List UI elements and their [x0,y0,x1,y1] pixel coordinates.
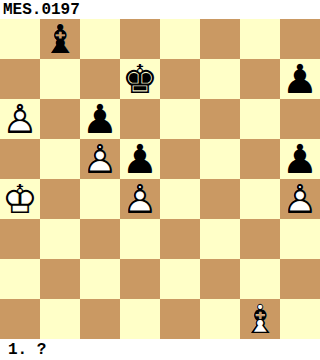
square-e1[interactable] [160,299,200,339]
square-h1[interactable] [280,299,320,339]
piece-outline-layer: ♗ [240,299,280,339]
square-a1[interactable] [0,299,40,339]
chess-board: ♗♝♔♚♙♟♟♙♙♟♟♙♙♟♙♟♚♔♟♙♟♙♝♗ [0,19,320,339]
square-g2[interactable] [240,259,280,299]
square-c8[interactable] [80,19,120,59]
square-b5[interactable] [40,139,80,179]
square-d7[interactable]: ♔♚ [120,59,160,99]
square-c4[interactable] [80,179,120,219]
square-a7[interactable] [0,59,40,99]
piece-outline-layer: ♚ [120,59,160,99]
move-prompt: 1. ? [0,339,320,360]
black-pawn-h5[interactable]: ♙♟ [280,139,320,179]
piece-outline-layer: ♙ [80,139,120,179]
square-d6[interactable] [120,99,160,139]
square-e3[interactable] [160,219,200,259]
white-king-a4[interactable]: ♚♔ [0,179,40,219]
square-d4[interactable]: ♟♙ [120,179,160,219]
square-h4[interactable]: ♟♙ [280,179,320,219]
square-d5[interactable]: ♙♟ [120,139,160,179]
square-e5[interactable] [160,139,200,179]
square-a4[interactable]: ♚♔ [0,179,40,219]
square-d8[interactable] [120,19,160,59]
piece-outline-layer: ♟ [120,139,160,179]
square-g3[interactable] [240,219,280,259]
square-g7[interactable] [240,59,280,99]
square-e8[interactable] [160,19,200,59]
square-a8[interactable] [0,19,40,59]
square-f2[interactable] [200,259,240,299]
square-g4[interactable] [240,179,280,219]
square-d2[interactable] [120,259,160,299]
square-b4[interactable] [40,179,80,219]
black-bishop-b8[interactable]: ♗♝ [40,19,80,59]
square-f1[interactable] [200,299,240,339]
square-h8[interactable] [280,19,320,59]
square-a3[interactable] [0,219,40,259]
square-h6[interactable] [280,99,320,139]
square-b7[interactable] [40,59,80,99]
white-bishop-g1[interactable]: ♝♗ [240,299,280,339]
piece-outline-layer: ♟ [80,99,120,139]
square-e4[interactable] [160,179,200,219]
piece-outline-layer: ♔ [0,179,40,219]
square-h7[interactable]: ♙♟ [280,59,320,99]
square-f6[interactable] [200,99,240,139]
square-b6[interactable] [40,99,80,139]
square-g1[interactable]: ♝♗ [240,299,280,339]
square-f4[interactable] [200,179,240,219]
white-pawn-h4[interactable]: ♟♙ [280,179,320,219]
square-g8[interactable] [240,19,280,59]
square-b8[interactable]: ♗♝ [40,19,80,59]
square-c2[interactable] [80,259,120,299]
white-pawn-d4[interactable]: ♟♙ [120,179,160,219]
square-b1[interactable] [40,299,80,339]
black-king-d7[interactable]: ♔♚ [120,59,160,99]
square-e6[interactable] [160,99,200,139]
square-g5[interactable] [240,139,280,179]
white-pawn-a6[interactable]: ♟♙ [0,99,40,139]
chess-diagram-page: MES.0197 ♗♝♔♚♙♟♟♙♙♟♟♙♙♟♙♟♚♔♟♙♟♙♝♗ 1. ? [0,0,320,360]
square-a2[interactable] [0,259,40,299]
square-d1[interactable] [120,299,160,339]
square-f7[interactable] [200,59,240,99]
white-pawn-c5[interactable]: ♟♙ [80,139,120,179]
black-pawn-h7[interactable]: ♙♟ [280,59,320,99]
square-h5[interactable]: ♙♟ [280,139,320,179]
piece-outline-layer: ♝ [40,19,80,59]
square-g6[interactable] [240,99,280,139]
square-c6[interactable]: ♙♟ [80,99,120,139]
square-f3[interactable] [200,219,240,259]
square-h3[interactable] [280,219,320,259]
square-c3[interactable] [80,219,120,259]
square-f8[interactable] [200,19,240,59]
square-b2[interactable] [40,259,80,299]
square-c7[interactable] [80,59,120,99]
square-b3[interactable] [40,219,80,259]
square-c1[interactable] [80,299,120,339]
piece-outline-layer: ♙ [280,179,320,219]
square-e2[interactable] [160,259,200,299]
square-f5[interactable] [200,139,240,179]
black-pawn-c6[interactable]: ♙♟ [80,99,120,139]
piece-outline-layer: ♟ [280,59,320,99]
square-e7[interactable] [160,59,200,99]
black-pawn-d5[interactable]: ♙♟ [120,139,160,179]
square-d3[interactable] [120,219,160,259]
piece-outline-layer: ♟ [280,139,320,179]
square-h2[interactable] [280,259,320,299]
piece-outline-layer: ♙ [120,179,160,219]
square-a6[interactable]: ♟♙ [0,99,40,139]
piece-outline-layer: ♙ [0,99,40,139]
square-a5[interactable] [0,139,40,179]
square-c5[interactable]: ♟♙ [80,139,120,179]
